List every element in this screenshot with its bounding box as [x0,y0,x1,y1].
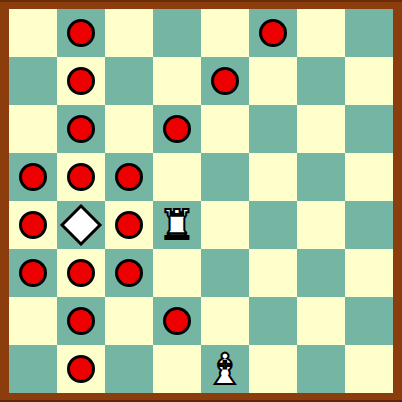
square-g4[interactable] [297,201,345,249]
red-dot [67,355,95,383]
square-c1[interactable] [105,345,153,393]
square-h2[interactable] [345,297,393,345]
square-d5[interactable] [153,153,201,201]
square-f1[interactable] [249,345,297,393]
red-dot [19,259,47,287]
square-d3[interactable] [153,249,201,297]
square-h7[interactable] [345,57,393,105]
square-c7[interactable] [105,57,153,105]
square-g6[interactable] [297,105,345,153]
square-g5[interactable] [297,153,345,201]
square-a6[interactable] [9,105,57,153]
square-b1[interactable] [57,345,105,393]
square-a8[interactable] [9,9,57,57]
square-h5[interactable] [345,153,393,201]
white-diamond[interactable] [60,204,102,246]
square-g7[interactable] [297,57,345,105]
square-b7[interactable] [57,57,105,105]
square-b5[interactable] [57,153,105,201]
square-d1[interactable] [153,345,201,393]
square-g8[interactable] [297,9,345,57]
red-dot [163,307,191,335]
square-g1[interactable] [297,345,345,393]
board-frame: ♜♝+ [0,0,402,402]
square-a7[interactable] [9,57,57,105]
red-dot [67,259,95,287]
square-e3[interactable] [201,249,249,297]
square-a5[interactable] [9,153,57,201]
square-f6[interactable] [249,105,297,153]
square-a3[interactable] [9,249,57,297]
red-dot [67,67,95,95]
square-e6[interactable] [201,105,249,153]
square-e1[interactable]: ♝+ [201,345,249,393]
square-b4[interactable] [57,201,105,249]
square-c5[interactable] [105,153,153,201]
square-c6[interactable] [105,105,153,153]
square-b8[interactable] [57,9,105,57]
red-dot [115,211,143,239]
square-d4[interactable]: ♜ [153,201,201,249]
square-d2[interactable] [153,297,201,345]
red-dot [67,307,95,335]
square-f7[interactable] [249,57,297,105]
square-d8[interactable] [153,9,201,57]
square-f2[interactable] [249,297,297,345]
white-rook[interactable]: ♜ [159,201,196,249]
square-g3[interactable] [297,249,345,297]
red-dot [67,163,95,191]
red-dot [67,115,95,143]
red-dot [19,211,47,239]
red-dot [163,115,191,143]
square-g2[interactable] [297,297,345,345]
square-e4[interactable] [201,201,249,249]
square-a1[interactable] [9,345,57,393]
red-dot [115,163,143,191]
square-e2[interactable] [201,297,249,345]
square-c4[interactable] [105,201,153,249]
square-c2[interactable] [105,297,153,345]
square-f5[interactable] [249,153,297,201]
square-b2[interactable] [57,297,105,345]
chess-board: ♜♝+ [9,9,393,393]
square-e7[interactable] [201,57,249,105]
red-dot [115,259,143,287]
square-e5[interactable] [201,153,249,201]
square-a4[interactable] [9,201,57,249]
white-bishop[interactable]: ♝ [206,345,245,393]
square-b6[interactable] [57,105,105,153]
square-e8[interactable] [201,9,249,57]
square-d7[interactable] [153,57,201,105]
square-c3[interactable] [105,249,153,297]
square-h8[interactable] [345,9,393,57]
red-dot [211,67,239,95]
square-c8[interactable] [105,9,153,57]
square-h1[interactable] [345,345,393,393]
square-h6[interactable] [345,105,393,153]
square-f8[interactable] [249,9,297,57]
red-dot [19,163,47,191]
square-d6[interactable] [153,105,201,153]
red-dot [67,19,95,47]
square-h3[interactable] [345,249,393,297]
square-f3[interactable] [249,249,297,297]
square-b3[interactable] [57,249,105,297]
square-a2[interactable] [9,297,57,345]
square-h4[interactable] [345,201,393,249]
red-dot [259,19,287,47]
square-f4[interactable] [249,201,297,249]
